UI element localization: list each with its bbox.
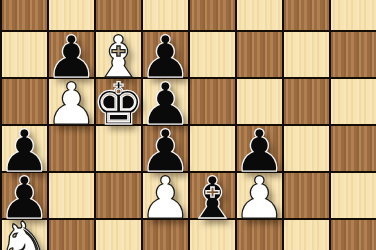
square-a2[interactable]: ♞ [0,218,47,250]
square-h5[interactable] [329,77,376,124]
square-e6[interactable] [188,30,235,77]
square-g2[interactable] [282,218,329,250]
square-e5[interactable] [188,77,235,124]
chess-board-viewport: ♟♝♟♟♚♟♟♟♟♟♟♝♟♞ [0,0,376,250]
black-bishop-piece[interactable]: ♝ [187,169,239,227]
square-b3[interactable] [47,171,94,218]
square-b2[interactable] [47,218,94,250]
square-b5[interactable]: ♟ [47,77,94,124]
square-f3[interactable]: ♟ [235,171,282,218]
square-g5[interactable] [282,77,329,124]
chess-board-grid: ♟♝♟♟♚♟♟♟♟♟♟♝♟♞ [0,0,376,250]
black-king-piece[interactable]: ♚ [93,75,145,133]
white-pawn-piece[interactable]: ♟ [140,169,192,227]
square-f7[interactable] [235,0,282,30]
square-a6[interactable] [0,30,47,77]
square-e3[interactable]: ♝ [188,171,235,218]
square-a7[interactable] [0,0,47,30]
square-h4[interactable] [329,124,376,171]
square-h2[interactable] [329,218,376,250]
square-e7[interactable] [188,0,235,30]
white-knight-piece[interactable]: ♞ [0,214,52,250]
square-h7[interactable] [329,0,376,30]
white-pawn-piece[interactable]: ♟ [46,75,98,133]
square-f6[interactable] [235,30,282,77]
square-d3[interactable]: ♟ [141,171,188,218]
square-c3[interactable] [94,171,141,218]
square-c2[interactable] [94,218,141,250]
square-g6[interactable] [282,30,329,77]
square-h3[interactable] [329,171,376,218]
square-g4[interactable] [282,124,329,171]
square-g3[interactable] [282,171,329,218]
white-pawn-piece[interactable]: ♟ [234,169,286,227]
square-g7[interactable] [282,0,329,30]
square-c5[interactable]: ♚ [94,77,141,124]
square-h6[interactable] [329,30,376,77]
